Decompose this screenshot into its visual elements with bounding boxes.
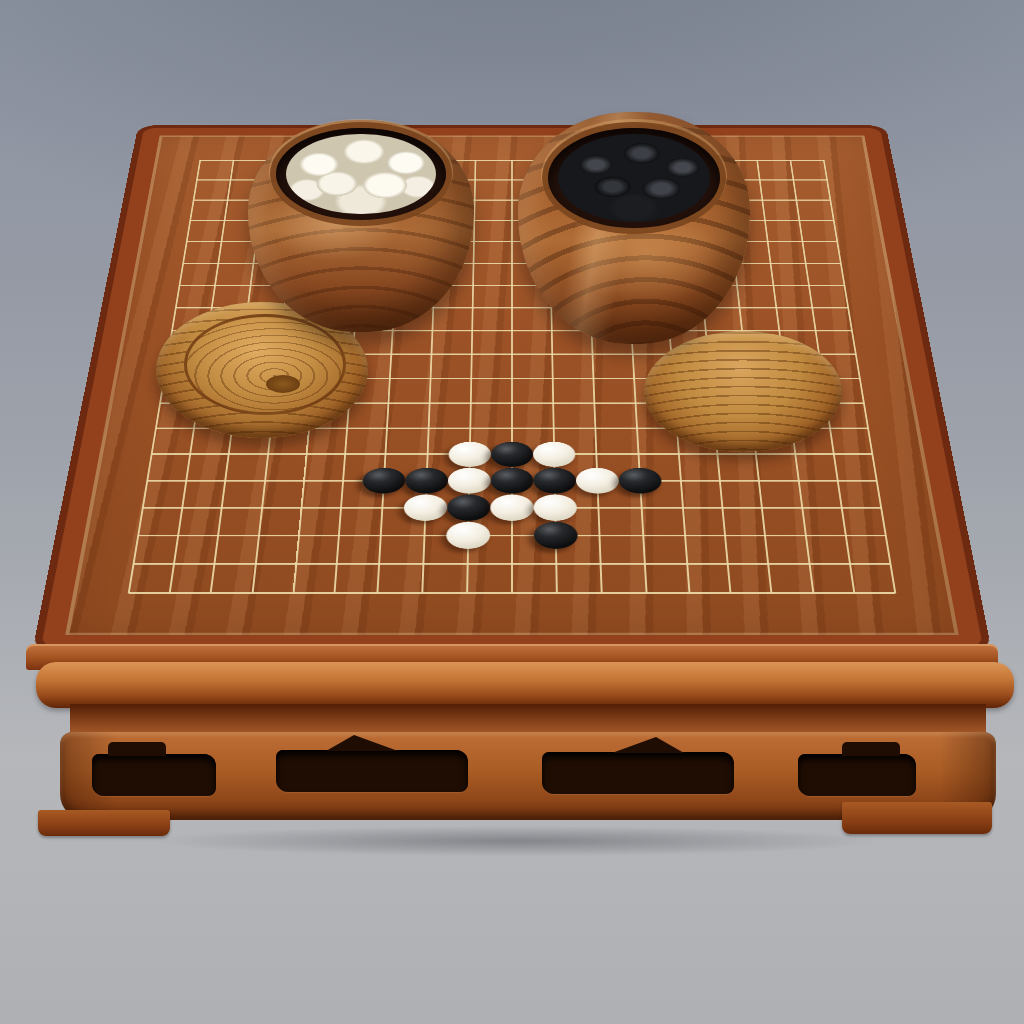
board-point[interactable] [805, 150, 842, 170]
board-point[interactable] [315, 550, 358, 579]
board-point[interactable] [821, 253, 860, 275]
board-point[interactable] [286, 441, 327, 467]
bowl-mouth [548, 128, 720, 228]
board-point[interactable] [212, 170, 249, 190]
board-point[interactable] [370, 343, 412, 367]
black-stone-bowl [518, 112, 750, 344]
board-point[interactable] [789, 274, 828, 296]
board-point[interactable] [738, 467, 780, 494]
board-point[interactable] [750, 579, 794, 609]
board-point[interactable] [490, 550, 535, 579]
board-point[interactable] [492, 366, 533, 390]
board-point[interactable] [623, 579, 670, 609]
board-point[interactable] [215, 150, 251, 170]
board-point[interactable] [274, 550, 317, 579]
board-point[interactable] [868, 550, 913, 579]
board-point[interactable] [193, 550, 237, 579]
board-point[interactable] [169, 441, 212, 467]
board-point[interactable] [448, 441, 491, 467]
board-point[interactable] [175, 190, 213, 210]
board-point[interactable] [167, 231, 205, 252]
board-point[interactable] [489, 579, 534, 609]
board-point[interactable] [199, 253, 237, 275]
board-point[interactable] [125, 467, 169, 494]
white-stone-bowl [248, 120, 474, 332]
board-point[interactable] [831, 579, 876, 609]
board-point[interactable] [491, 416, 533, 442]
black-stone[interactable] [618, 468, 662, 494]
board-point[interactable] [283, 467, 325, 494]
board-point[interactable] [354, 579, 401, 609]
board-point[interactable] [777, 467, 820, 494]
board-point[interactable] [855, 467, 899, 494]
board-point[interactable] [828, 297, 868, 320]
board-point[interactable] [662, 494, 704, 521]
board-point[interactable] [233, 550, 277, 579]
board-point[interactable] [816, 467, 859, 494]
board-point[interactable] [533, 494, 577, 521]
board-point[interactable] [356, 550, 402, 579]
board-point[interactable] [358, 522, 403, 550]
white-stone[interactable] [490, 495, 533, 521]
board-point[interactable] [827, 550, 872, 579]
board-point[interactable] [699, 467, 741, 494]
board-point[interactable] [363, 441, 407, 467]
board-point[interactable] [754, 274, 793, 296]
board-point[interactable] [322, 467, 363, 494]
board-point[interactable] [449, 416, 491, 442]
board-point[interactable] [576, 467, 620, 494]
board-point[interactable] [360, 494, 405, 521]
board-point[interactable] [106, 579, 152, 609]
board-point[interactable] [160, 274, 199, 296]
board-point[interactable] [784, 522, 828, 550]
board-point[interactable] [533, 467, 576, 494]
board-point[interactable] [492, 343, 532, 367]
board-point[interactable] [445, 550, 490, 579]
board-point[interactable] [851, 441, 894, 467]
board-point[interactable] [532, 366, 573, 390]
board-point[interactable] [532, 391, 574, 416]
board-point[interactable] [411, 343, 452, 367]
white-stone[interactable] [446, 522, 490, 549]
board-point[interactable] [451, 343, 492, 367]
board-point[interactable] [491, 391, 532, 416]
apron-cutout-right-step [798, 754, 916, 796]
board-point[interactable] [362, 467, 406, 494]
board-point[interactable] [792, 297, 831, 320]
board-point[interactable] [839, 366, 880, 390]
black-stone[interactable] [491, 442, 533, 467]
board-point[interactable] [277, 522, 320, 550]
board-point[interactable] [847, 416, 889, 442]
board-point[interactable] [209, 190, 246, 210]
board-point[interactable] [778, 190, 815, 210]
board-point[interactable] [863, 522, 908, 550]
board-point[interactable] [230, 579, 274, 609]
white-stones-pile [286, 134, 436, 215]
board-point[interactable] [751, 253, 789, 275]
board-point[interactable] [812, 190, 850, 210]
board-point[interactable] [622, 550, 668, 579]
board-point[interactable] [746, 210, 783, 231]
board-point[interactable] [825, 274, 864, 296]
board-point[interactable] [490, 522, 534, 550]
board-point[interactable] [365, 416, 408, 442]
board-point[interactable] [818, 231, 856, 252]
board-point[interactable] [204, 467, 247, 494]
board-point[interactable] [188, 579, 233, 609]
board-point[interactable] [408, 391, 450, 416]
apron-cutout-left-step [92, 754, 216, 796]
board-perspective-wrap [0, 0, 1024, 1024]
board-point[interactable] [618, 467, 662, 494]
board-point[interactable] [872, 579, 918, 609]
board-point[interactable] [271, 579, 315, 609]
black-stone[interactable] [533, 468, 576, 494]
white-stone[interactable] [448, 442, 491, 467]
board-point[interactable] [577, 522, 622, 550]
board-point[interactable] [406, 441, 449, 467]
apron-cutout-right-wave [542, 752, 734, 794]
board-point[interactable] [208, 441, 250, 467]
board-point[interactable] [787, 550, 831, 579]
board-point[interactable] [533, 416, 575, 442]
board-point[interactable] [182, 150, 219, 170]
white-stone[interactable] [533, 442, 576, 467]
board-point[interactable] [573, 366, 615, 390]
board-point[interactable] [247, 441, 289, 467]
board-point[interactable] [772, 150, 808, 170]
board-point[interactable] [491, 467, 534, 494]
board-point[interactable] [709, 579, 753, 609]
board-point[interactable] [668, 579, 711, 609]
board-point[interactable] [121, 494, 165, 521]
board-point[interactable] [450, 391, 492, 416]
board-point[interactable] [704, 522, 747, 550]
board-point[interactable] [757, 297, 796, 320]
board-point[interactable] [237, 522, 280, 550]
board-point[interactable] [786, 253, 824, 275]
board-point[interactable] [446, 522, 490, 550]
white-stone[interactable] [576, 468, 620, 494]
board-point[interactable] [533, 441, 576, 467]
black-stones-pile [558, 134, 709, 222]
board-point[interactable] [491, 441, 533, 467]
board-point[interactable] [320, 494, 362, 521]
black-stone[interactable] [405, 468, 449, 494]
board-point[interactable] [164, 253, 203, 275]
board-point[interactable] [661, 467, 702, 494]
board-point[interactable] [447, 494, 491, 521]
table-molding-rail [36, 662, 1014, 708]
board-point[interactable] [203, 231, 241, 252]
board-point[interactable] [448, 467, 491, 494]
board-point[interactable] [444, 579, 489, 609]
board-point[interactable] [780, 494, 823, 521]
bowl-mouth [276, 128, 446, 220]
scene-background [0, 0, 1024, 1024]
board-point[interactable] [206, 210, 244, 231]
board-point[interactable] [741, 494, 784, 521]
board-point[interactable] [706, 550, 749, 579]
board-point[interactable] [666, 550, 709, 579]
board-point[interactable] [775, 170, 812, 190]
board-point[interactable] [402, 522, 447, 550]
board-point[interactable] [171, 210, 209, 231]
table-foot-right [842, 802, 992, 834]
board-point[interactable] [399, 579, 445, 609]
board-point[interactable] [147, 579, 192, 609]
board-point[interactable] [490, 494, 533, 521]
board-point[interactable] [621, 522, 666, 550]
board-point[interactable] [130, 441, 173, 467]
board-point[interactable] [820, 494, 864, 521]
board-point[interactable] [578, 550, 623, 579]
board-point[interactable] [161, 494, 205, 521]
board-point[interactable] [574, 416, 617, 442]
board-point[interactable] [791, 579, 836, 609]
board-point[interactable] [576, 494, 620, 521]
board-point[interactable] [196, 522, 240, 550]
board-point[interactable] [165, 467, 208, 494]
board-point[interactable] [152, 550, 197, 579]
board-point[interactable] [111, 550, 156, 579]
board-point[interactable] [240, 494, 283, 521]
apron-cutout-left-wave [276, 750, 468, 792]
board-point[interactable] [573, 391, 615, 416]
board-point[interactable] [244, 467, 286, 494]
board-point[interactable] [532, 343, 573, 367]
board-point[interactable] [410, 366, 452, 390]
black-stone[interactable] [491, 468, 534, 494]
board-point[interactable] [747, 550, 791, 579]
table-foot-left [38, 810, 170, 836]
board-point[interactable] [575, 441, 618, 467]
board-point[interactable] [572, 343, 613, 367]
board-point[interactable] [280, 494, 322, 521]
board-point[interactable] [579, 579, 625, 609]
board-point[interactable] [859, 494, 903, 521]
board-point[interactable] [403, 494, 447, 521]
board-point[interactable] [534, 579, 579, 609]
board-point[interactable] [815, 210, 853, 231]
board-point[interactable] [824, 522, 868, 550]
board-point[interactable] [313, 579, 356, 609]
board-point[interactable] [401, 550, 446, 579]
bowl-lid-right [644, 331, 842, 452]
black-stone[interactable] [362, 468, 406, 494]
board-point[interactable] [843, 391, 885, 416]
board-point[interactable] [534, 550, 579, 579]
board-point[interactable] [781, 210, 819, 231]
black-stone[interactable] [534, 522, 578, 549]
white-stone[interactable] [448, 468, 491, 494]
board-point[interactable] [407, 416, 450, 442]
board-point[interactable] [116, 522, 161, 550]
board-point[interactable] [749, 231, 787, 252]
board-point[interactable] [196, 274, 235, 296]
board-point[interactable] [451, 366, 492, 390]
lid-wood-disc [644, 331, 842, 452]
board-point[interactable] [325, 441, 366, 467]
board-point[interactable] [200, 494, 243, 521]
board-point[interactable] [367, 391, 410, 416]
black-stone[interactable] [447, 495, 491, 521]
board-point[interactable] [809, 170, 846, 190]
board-point[interactable] [534, 522, 578, 550]
board-point[interactable] [369, 366, 411, 390]
board-point[interactable] [318, 522, 360, 550]
board-point[interactable] [664, 522, 706, 550]
board-point[interactable] [702, 494, 744, 521]
board-point[interactable] [405, 467, 449, 494]
board-point[interactable] [156, 522, 200, 550]
white-stone[interactable] [403, 495, 447, 521]
board-point[interactable] [619, 494, 664, 521]
white-stone[interactable] [533, 495, 577, 521]
board-point[interactable] [178, 170, 215, 190]
board-point[interactable] [783, 231, 821, 252]
board-point[interactable] [744, 522, 787, 550]
